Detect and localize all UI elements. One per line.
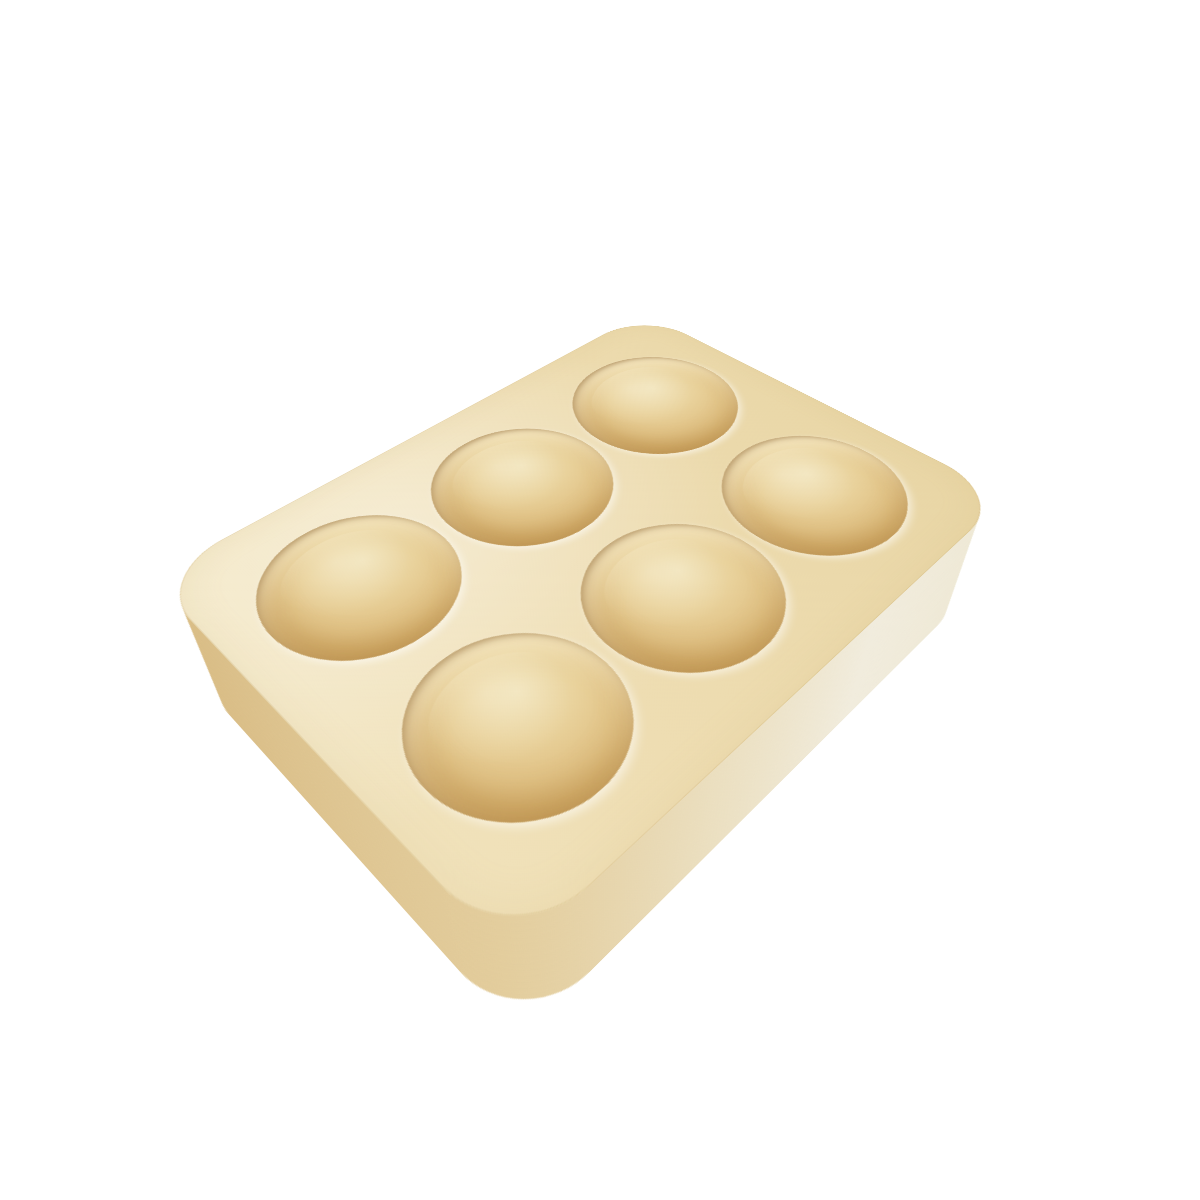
photo-backdrop: [0, 0, 1200, 1200]
mancala-board: [151, 313, 1008, 960]
